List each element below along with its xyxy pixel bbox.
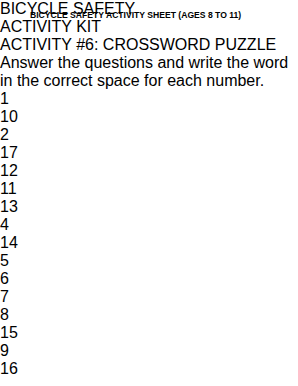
- cell-number: 12: [0, 162, 18, 179]
- grid-cell[interactable]: 8: [0, 306, 298, 324]
- cell-number: 11: [0, 180, 17, 197]
- grid-cell[interactable]: 14: [0, 234, 298, 252]
- cell-number: 13: [0, 198, 18, 215]
- grid-cell[interactable]: 15: [0, 324, 298, 342]
- page-title: BICYCLE SAFETY ACTIVITY SHEET (AGES 8 TO…: [30, 10, 260, 20]
- cell-number: 6: [0, 270, 9, 287]
- worksheet-page: BICYCLE SAFETY ACTIVITY SHEET (AGES 8 TO…: [0, 0, 298, 386]
- grid-cell[interactable]: 16: [0, 360, 298, 378]
- cell-number: 2: [0, 126, 9, 143]
- cell-number: 8: [0, 306, 9, 323]
- cell-number: 4: [0, 216, 9, 233]
- cell-number: 10: [0, 108, 18, 125]
- grid-cell[interactable]: 11: [0, 180, 298, 198]
- cell-number: 1: [0, 90, 9, 107]
- grid-cell[interactable]: 4: [0, 216, 298, 234]
- cell-number: 15: [0, 324, 18, 341]
- grid-cell[interactable]: 5: [0, 252, 298, 270]
- grid-cell[interactable]: 12: [0, 162, 298, 180]
- badge-line2: ACTIVITY KIT: [0, 18, 298, 36]
- grid-cell[interactable]: 17: [0, 144, 298, 162]
- cell-number: 17: [0, 144, 18, 161]
- crossword-grid: 110217121113414567815916: [0, 90, 298, 378]
- grid-cell[interactable]: 2: [0, 126, 298, 144]
- cell-number: 5: [0, 252, 9, 269]
- instructions-text: Answer the questions and write the word …: [0, 54, 298, 90]
- grid-cell[interactable]: 1: [0, 90, 298, 108]
- cell-number: 16: [0, 360, 18, 377]
- crossword-puzzle-box: 110217121113414567815916: [0, 90, 298, 378]
- grid-cell[interactable]: 6: [0, 270, 298, 288]
- grid-cell[interactable]: 7: [0, 288, 298, 306]
- cell-number: 14: [0, 234, 18, 251]
- cell-number: 9: [0, 342, 9, 359]
- grid-cell[interactable]: 10: [0, 108, 298, 126]
- cell-number: 7: [0, 288, 9, 305]
- grid-cell[interactable]: 13: [0, 198, 298, 216]
- grid-cell[interactable]: 9: [0, 342, 298, 360]
- activity-title: ACTIVITY #6: CROSSWORD PUZZLE: [0, 36, 298, 54]
